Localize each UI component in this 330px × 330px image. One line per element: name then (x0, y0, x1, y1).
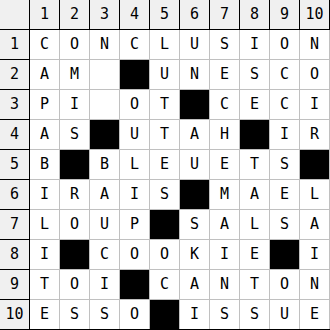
grid-cell-r6c5[interactable]: S (150, 180, 180, 210)
row-header-6: 6 (0, 180, 30, 210)
grid-cell-r4c2[interactable]: S (60, 120, 90, 150)
grid-cell-r5c3[interactable]: B (90, 150, 120, 180)
block-cell-r5c10 (300, 150, 330, 180)
grid-cell-r3c5[interactable]: T (150, 90, 180, 120)
grid-cell-r9c10[interactable]: N (300, 270, 330, 300)
grid-cell-r6c9[interactable]: E (270, 180, 300, 210)
column-header-1: 1 (30, 0, 60, 30)
grid-cell-r9c5[interactable]: C (150, 270, 180, 300)
block-cell-r8c2 (60, 240, 90, 270)
grid-cell-r7c6[interactable]: S (180, 210, 210, 240)
corner-cell (0, 0, 30, 30)
grid-cell-r7c9[interactable]: S (270, 210, 300, 240)
grid-cell-r3c1[interactable]: P (30, 90, 60, 120)
grid-cell-r2c6[interactable]: N (180, 60, 210, 90)
grid-cell-r6c4[interactable]: I (120, 180, 150, 210)
grid-cell-r2c8[interactable]: S (240, 60, 270, 90)
block-cell-r7c5 (150, 210, 180, 240)
block-cell-r10c5 (150, 300, 180, 330)
grid-cell-r2c7[interactable]: E (210, 60, 240, 90)
grid-cell-r4c10[interactable]: R (300, 120, 330, 150)
column-header-9: 9 (270, 0, 300, 30)
grid-cell-r5c8[interactable]: T (240, 150, 270, 180)
crossword-app: 123456789101CONCLUSION2AMUNESCO3PIOTCECI… (0, 0, 330, 330)
block-cell-r2c4 (120, 60, 150, 90)
grid-cell-r1c4[interactable]: C (120, 30, 150, 60)
grid-cell-r10c3[interactable]: S (90, 300, 120, 330)
grid-cell-r8c8[interactable]: E (240, 240, 270, 270)
grid-cell-r7c1[interactable]: L (30, 210, 60, 240)
grid-cell-r8c3[interactable]: C (90, 240, 120, 270)
grid-cell-r8c7[interactable]: I (210, 240, 240, 270)
grid-cell-r1c2[interactable]: O (60, 30, 90, 60)
grid-cell-r10c1[interactable]: E (30, 300, 60, 330)
grid-cell-r3c3[interactable] (90, 90, 120, 120)
grid-cell-r2c5[interactable]: U (150, 60, 180, 90)
grid-cell-r9c6[interactable]: A (180, 270, 210, 300)
grid-cell-r5c6[interactable]: U (180, 150, 210, 180)
row-header-1: 1 (0, 30, 30, 60)
grid-cell-r3c2[interactable]: I (60, 90, 90, 120)
grid-cell-r5c4[interactable]: L (120, 150, 150, 180)
grid-cell-r4c1[interactable]: A (30, 120, 60, 150)
grid-cell-r7c4[interactable]: P (120, 210, 150, 240)
grid-cell-r2c1[interactable]: A (30, 60, 60, 90)
grid-cell-r10c10[interactable]: E (300, 300, 330, 330)
grid-cell-r7c3[interactable]: U (90, 210, 120, 240)
column-header-10: 10 (300, 0, 330, 30)
grid-cell-r7c2[interactable]: O (60, 210, 90, 240)
grid-cell-r1c3[interactable]: N (90, 30, 120, 60)
column-header-3: 3 (90, 0, 120, 30)
grid-cell-r1c1[interactable]: C (30, 30, 60, 60)
grid-cell-r5c1[interactable]: B (30, 150, 60, 180)
grid-cell-r1c5[interactable]: L (150, 30, 180, 60)
grid-cell-r10c6[interactable]: I (180, 300, 210, 330)
grid-cell-r7c7[interactable]: A (210, 210, 240, 240)
grid-cell-r9c8[interactable]: T (240, 270, 270, 300)
crossword-board: 123456789101CONCLUSION2AMUNESCO3PIOTCECI… (0, 0, 330, 330)
column-header-2: 2 (60, 0, 90, 30)
row-header-7: 7 (0, 210, 30, 240)
grid-cell-r10c8[interactable]: S (240, 300, 270, 330)
grid-cell-r2c10[interactable]: O (300, 60, 330, 90)
column-header-6: 6 (180, 0, 210, 30)
grid-cell-r8c4[interactable]: O (120, 240, 150, 270)
grid-cell-r10c7[interactable]: S (210, 300, 240, 330)
block-cell-r8c9 (270, 240, 300, 270)
grid-cell-r9c1[interactable]: T (30, 270, 60, 300)
grid-cell-r7c10[interactable]: A (300, 210, 330, 240)
row-header-9: 9 (0, 270, 30, 300)
grid-cell-r3c10[interactable]: I (300, 90, 330, 120)
grid-cell-r5c5[interactable]: E (150, 150, 180, 180)
block-cell-r4c3 (90, 120, 120, 150)
grid-cell-r3c9[interactable]: C (270, 90, 300, 120)
grid-cell-r2c9[interactable]: C (270, 60, 300, 90)
grid-cell-r9c9[interactable]: O (270, 270, 300, 300)
grid-cell-r1c9[interactable]: O (270, 30, 300, 60)
grid-cell-r5c7[interactable]: E (210, 150, 240, 180)
grid-cell-r10c9[interactable]: U (270, 300, 300, 330)
grid-cell-r6c3[interactable]: A (90, 180, 120, 210)
grid-cell-r8c5[interactable]: O (150, 240, 180, 270)
grid-cell-r6c7[interactable]: M (210, 180, 240, 210)
column-header-8: 8 (240, 0, 270, 30)
row-header-5: 5 (0, 150, 30, 180)
grid-cell-r10c2[interactable]: S (60, 300, 90, 330)
row-header-10: 10 (0, 300, 30, 330)
grid-cell-r4c4[interactable]: U (120, 120, 150, 150)
grid-cell-r1c8[interactable]: I (240, 30, 270, 60)
grid-cell-r3c4[interactable]: O (120, 90, 150, 120)
grid-cell-r6c2[interactable]: R (60, 180, 90, 210)
grid-cell-r6c1[interactable]: I (30, 180, 60, 210)
grid-cell-r9c7[interactable]: N (210, 270, 240, 300)
row-header-8: 8 (0, 240, 30, 270)
grid-cell-r3c7[interactable]: C (210, 90, 240, 120)
grid-cell-r9c3[interactable]: I (90, 270, 120, 300)
grid-cell-r6c8[interactable]: A (240, 180, 270, 210)
row-header-2: 2 (0, 60, 30, 90)
block-cell-r3c6 (180, 90, 210, 120)
grid-cell-r10c4[interactable]: O (120, 300, 150, 330)
grid-cell-r2c2[interactable]: M (60, 60, 90, 90)
block-cell-r9c4 (120, 270, 150, 300)
grid-cell-r5c9[interactable]: S (270, 150, 300, 180)
grid-cell-r4c5[interactable]: T (150, 120, 180, 150)
row-header-4: 4 (0, 120, 30, 150)
grid-cell-r4c9[interactable]: I (270, 120, 300, 150)
grid-cell-r7c8[interactable]: L (240, 210, 270, 240)
block-cell-r5c2 (60, 150, 90, 180)
grid-cell-r1c7[interactable]: S (210, 30, 240, 60)
grid-cell-r4c6[interactable]: A (180, 120, 210, 150)
grid-cell-r8c10[interactable]: I (300, 240, 330, 270)
column-header-5: 5 (150, 0, 180, 30)
grid-cell-r1c6[interactable]: U (180, 30, 210, 60)
grid-cell-r2c3[interactable] (90, 60, 120, 90)
grid-cell-r6c10[interactable]: L (300, 180, 330, 210)
column-header-4: 4 (120, 0, 150, 30)
column-header-7: 7 (210, 0, 240, 30)
grid-cell-r8c6[interactable]: K (180, 240, 210, 270)
grid-cell-r4c7[interactable]: H (210, 120, 240, 150)
block-cell-r6c6 (180, 180, 210, 210)
grid-cell-r9c2[interactable]: O (60, 270, 90, 300)
block-cell-r4c8 (240, 120, 270, 150)
grid-cell-r1c10[interactable]: N (300, 30, 330, 60)
row-header-3: 3 (0, 90, 30, 120)
grid-cell-r8c1[interactable]: I (30, 240, 60, 270)
grid-cell-r3c8[interactable]: E (240, 90, 270, 120)
